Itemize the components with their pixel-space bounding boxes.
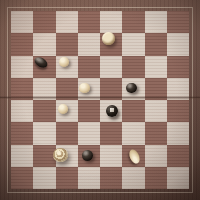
piece-black-pawn-f5[interactable] [126, 83, 137, 94]
piece-white-pawn-d5[interactable] [79, 83, 90, 94]
piece-black-pawn-d2[interactable] [82, 150, 93, 161]
piece-black-rook-e4[interactable] [106, 105, 118, 117]
piece-white-pawn-c4[interactable] [58, 104, 69, 115]
pieces-layer [0, 0, 200, 200]
piece-white-rook-e7[interactable] [102, 32, 115, 45]
photo [0, 0, 200, 200]
piece-white-king-c2[interactable] [53, 148, 68, 163]
piece-black-pawn-b6[interactable] [32, 55, 49, 70]
piece-white-pawn-c6[interactable] [59, 57, 70, 68]
piece-white-pawn-f2[interactable] [127, 148, 141, 165]
